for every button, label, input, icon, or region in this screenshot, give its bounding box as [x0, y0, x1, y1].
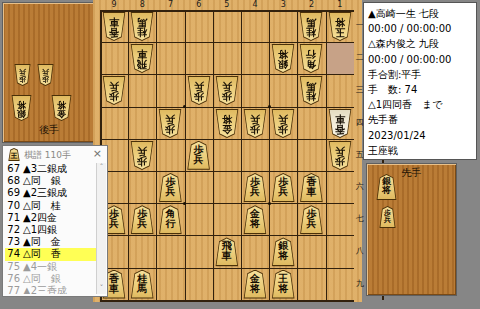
file-label-3: 3 — [269, 0, 297, 9]
info-line-5: 手合割:平手 — [368, 67, 476, 82]
kifu-move-71[interactable]: 71▲2四金 — [5, 212, 96, 224]
piece-歩兵-8e[interactable]: 歩兵 — [130, 141, 154, 170]
grid-line — [100, 107, 354, 108]
kifu-move-67[interactable]: 67▲3二銀成 — [5, 163, 96, 175]
piece-歩兵-9c[interactable]: 歩兵 — [102, 76, 126, 105]
piece-歩兵-6c[interactable]: 歩兵 — [187, 76, 211, 105]
piece-香車-1d[interactable]: 香車 — [328, 109, 352, 138]
info-line-2: 00:00 / 00:00:00 — [368, 21, 476, 36]
gote-hand-piece-銀将[interactable]: 銀将 — [11, 95, 32, 121]
piece-歩兵-5c[interactable]: 歩兵 — [215, 76, 239, 105]
grid-line — [100, 203, 354, 204]
grid-line — [185, 10, 186, 300]
piece-香車-9a[interactable]: 香車 — [102, 12, 126, 41]
grid-line — [241, 10, 242, 300]
kifu-move-76[interactable]: 76△同 銀 — [5, 273, 96, 285]
file-label-7: 7 — [156, 0, 184, 9]
grid-line — [100, 268, 354, 269]
kifu-move-68[interactable]: 68△同 銀 — [5, 175, 96, 187]
sente-hand-piece-歩兵[interactable]: 歩兵 — [379, 206, 396, 228]
info-line-1: ▲高崎一生 七段 — [368, 6, 476, 21]
file-label-8: 8 — [128, 0, 156, 9]
piece-香車-2f[interactable]: 香車 — [299, 173, 323, 202]
piece-歩兵-4d[interactable]: 歩兵 — [243, 109, 267, 138]
game-info-panel: ▲高崎一生 七段00:00 / 00:00:00△森内俊之 九段00:00 / … — [363, 2, 477, 160]
star-point — [268, 105, 271, 108]
file-label-1: 1 — [326, 0, 354, 9]
close-icon[interactable]: × — [93, 147, 102, 160]
kifu-title: 棋譜 110手 — [24, 149, 71, 162]
piece-王将-3i[interactable]: 王将 — [271, 270, 295, 299]
square-1b-highlight[interactable] — [326, 42, 354, 74]
shogi-app-window: 後手 歩兵歩兵銀将金将 987654321一二三四五六七八九香車桂馬桂馬玉将飛車… — [0, 0, 480, 309]
kifu-move-73[interactable]: 73▲同 金 — [5, 236, 96, 248]
kifu-move-69[interactable]: 69▲2三銀成 — [5, 187, 96, 199]
kifu-move-list: 67▲3二銀成68△同 銀69▲2三銀成70△同 桂71▲2四金72△1四銀73… — [5, 163, 96, 294]
kifu-header: 王 棋譜 110手 × — [3, 146, 107, 162]
file-label-2: 2 — [297, 0, 325, 9]
shogi-board: 987654321一二三四五六七八九香車桂馬桂馬玉将飛車銀将角行歩兵歩兵歩兵桂馬… — [93, 0, 362, 302]
info-line-4: 00:00 / 00:00:00 — [368, 52, 476, 67]
piece-歩兵-6e[interactable]: 歩兵 — [187, 141, 211, 170]
piece-歩兵-4f[interactable]: 歩兵 — [243, 173, 267, 202]
grid-line — [100, 235, 354, 236]
rank-label-6: 六 — [355, 181, 365, 192]
rank-label-7: 七 — [355, 213, 365, 224]
piece-飛車-8b[interactable]: 飛車 — [130, 44, 154, 73]
grid-line — [156, 10, 157, 300]
sente-hand-piece-銀将[interactable]: 銀将 — [376, 174, 397, 200]
piece-金将-4i[interactable]: 金将 — [243, 270, 267, 299]
star-point — [183, 202, 186, 205]
kifu-panel: 王 棋譜 110手 × 67▲3二銀成68△同 銀69▲2三銀成70△同 桂71… — [2, 145, 108, 297]
piece-歩兵-2g[interactable]: 歩兵 — [299, 205, 323, 234]
grid-line — [100, 300, 354, 302]
piece-飛車-5h[interactable]: 飛車 — [215, 237, 239, 266]
kifu-move-75[interactable]: 75▲4一銀 — [5, 261, 96, 273]
piece-桂馬-2a[interactable]: 桂馬 — [299, 12, 323, 41]
grid-line — [213, 10, 214, 300]
gote-hand-piece-歩兵[interactable]: 歩兵 — [37, 64, 54, 86]
gote-label: 後手 — [3, 123, 95, 137]
piece-歩兵-3d[interactable]: 歩兵 — [271, 109, 295, 138]
piece-歩兵-8g[interactable]: 歩兵 — [130, 205, 154, 234]
kifu-move-70[interactable]: 70△同 桂 — [5, 200, 96, 212]
piece-金将-4g[interactable]: 金将 — [243, 205, 267, 234]
scroll-down-icon[interactable]: ˅ — [97, 284, 106, 294]
gote-hand-piece-金将[interactable]: 金将 — [51, 95, 72, 121]
info-line-8: 先手番 — [368, 112, 476, 127]
piece-金将-5d[interactable]: 金将 — [215, 109, 239, 138]
piece-歩兵-7f[interactable]: 歩兵 — [158, 173, 182, 202]
rank-label-8: 八 — [355, 245, 365, 256]
info-line-7: △1四同香 まで — [368, 97, 476, 112]
grid-line — [100, 139, 354, 140]
grid-line — [100, 171, 354, 172]
piece-銀将-3h[interactable]: 銀将 — [271, 237, 295, 266]
file-label-6: 6 — [185, 0, 213, 9]
piece-角行-2b[interactable]: 角行 — [299, 44, 323, 73]
star-point — [268, 202, 271, 205]
info-line-6: 手 数: 74 — [368, 82, 476, 97]
piece-桂馬-2c[interactable]: 桂馬 — [299, 76, 323, 105]
piece-桂馬-8i[interactable]: 桂馬 — [130, 270, 154, 299]
info-line-10: 王座戦 — [368, 143, 476, 158]
gote-hand-piece-歩兵[interactable]: 歩兵 — [14, 64, 31, 86]
kifu-scrollbar[interactable]: ˄ ˅ — [96, 163, 106, 294]
piece-桂馬-8a[interactable]: 桂馬 — [130, 12, 154, 41]
kifu-move-74[interactable]: 74△同 香 — [5, 248, 96, 260]
file-label-4: 4 — [241, 0, 269, 9]
piece-歩兵-7d[interactable]: 歩兵 — [158, 109, 182, 138]
rank-label-9: 九 — [355, 278, 365, 289]
star-point — [183, 105, 186, 108]
info-line-3: △森内俊之 九段 — [368, 36, 476, 51]
shogi-piece-icon: 王 — [8, 148, 20, 161]
piece-玉将-1a[interactable]: 玉将 — [328, 12, 352, 41]
file-label-9: 9 — [100, 0, 128, 9]
piece-歩兵-3f[interactable]: 歩兵 — [271, 173, 295, 202]
piece-角行-7g[interactable]: 角行 — [158, 205, 182, 234]
sente-hand-tray: 先手 銀将歩兵 — [366, 163, 457, 296]
grid-line — [326, 10, 327, 300]
piece-歩兵-1e[interactable]: 歩兵 — [328, 141, 352, 170]
kifu-move-72[interactable]: 72△1四銀 — [5, 224, 96, 236]
piece-銀将-3b[interactable]: 銀将 — [271, 44, 295, 73]
file-label-5: 5 — [213, 0, 241, 9]
info-line-9: 2023/01/24 — [368, 128, 476, 143]
kifu-move-77[interactable]: 77▲2三香成 — [5, 285, 96, 294]
scroll-up-icon[interactable]: ˄ — [97, 163, 106, 173]
gote-hand-tray: 後手 歩兵歩兵銀将金将 — [2, 2, 96, 143]
